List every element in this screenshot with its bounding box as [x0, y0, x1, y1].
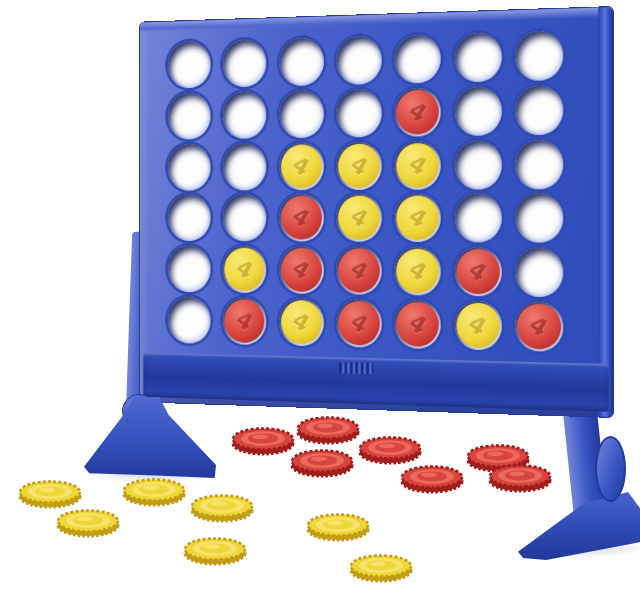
loose-red-disc[interactable]	[231, 426, 295, 456]
loose-yellow-disc[interactable]	[190, 493, 254, 523]
loose-red-disc[interactable]	[290, 448, 354, 478]
loose-red-disc[interactable]	[400, 464, 464, 494]
loose-yellow-disc[interactable]	[122, 477, 186, 507]
loose-yellow-disc[interactable]	[349, 553, 413, 583]
loose-red-disc[interactable]	[296, 415, 360, 445]
loose-red-disc[interactable]	[358, 435, 422, 465]
loose-yellow-disc[interactable]	[306, 512, 370, 542]
loose-yellow-disc[interactable]	[18, 479, 82, 509]
connect-four-scene: 444444444444444444	[0, 0, 640, 591]
loose-red-disc[interactable]	[488, 463, 552, 493]
loose-yellow-disc[interactable]	[56, 508, 120, 538]
loose-yellow-disc[interactable]	[183, 536, 247, 566]
loose-discs-layer	[0, 0, 640, 591]
